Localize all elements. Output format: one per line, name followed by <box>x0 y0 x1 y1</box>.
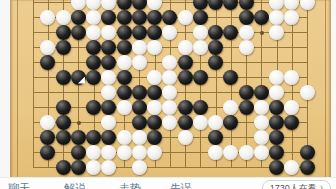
black-stone <box>40 130 55 145</box>
black-stone <box>132 85 147 100</box>
black-stone <box>223 70 238 85</box>
white-stone <box>193 25 208 40</box>
black-stone <box>132 115 147 130</box>
black-stone <box>223 115 238 130</box>
black-stone <box>208 40 223 55</box>
black-stone <box>208 25 223 40</box>
bottom-tab-bar: 聊天解说走势失误 1730人在看› <box>0 177 336 189</box>
black-stone <box>56 70 71 85</box>
tab-1[interactable]: 聊天 <box>8 181 30 189</box>
black-stone <box>269 145 284 160</box>
black-stone <box>101 130 116 145</box>
white-stone <box>193 115 208 130</box>
tab-2[interactable]: 解说 <box>64 181 86 189</box>
black-stone <box>239 0 254 10</box>
white-stone <box>101 115 116 130</box>
black-stone <box>86 70 101 85</box>
black-stone <box>269 160 284 175</box>
grid-vline <box>33 0 34 168</box>
white-stone <box>56 10 71 25</box>
white-stone <box>254 145 269 160</box>
black-stone <box>71 10 86 25</box>
white-stone <box>239 40 254 55</box>
black-stone <box>71 145 86 160</box>
white-stone <box>223 100 238 115</box>
black-stone <box>56 40 71 55</box>
white-stone <box>284 10 299 25</box>
white-stone <box>178 130 193 145</box>
black-stone <box>71 25 86 40</box>
viewers-count-label: 1730人在看 <box>270 183 317 189</box>
black-stone <box>101 10 116 25</box>
black-stone <box>56 25 71 40</box>
white-stone <box>162 25 177 40</box>
black-stone <box>117 0 132 10</box>
white-stone <box>117 55 132 70</box>
white-stone <box>40 40 55 55</box>
black-stone <box>178 70 193 85</box>
app-screen: 聊天解说走势失误 1730人在看› <box>0 0 336 189</box>
black-stone <box>162 10 177 25</box>
white-stone <box>101 0 116 10</box>
black-stone <box>147 115 162 130</box>
black-stone <box>117 40 132 55</box>
white-stone <box>284 0 299 10</box>
white-stone <box>193 40 208 55</box>
white-stone <box>117 100 132 115</box>
white-stone <box>86 145 101 160</box>
black-stone <box>239 85 254 100</box>
go-board[interactable] <box>10 0 331 183</box>
white-stone <box>269 85 284 100</box>
black-stone <box>56 115 71 130</box>
white-stone <box>147 100 162 115</box>
black-stone <box>178 55 193 70</box>
white-stone <box>86 10 101 25</box>
black-stone <box>239 10 254 25</box>
white-stone <box>147 0 162 10</box>
white-stone <box>132 55 147 70</box>
black-stone <box>117 25 132 40</box>
black-stone <box>101 55 116 70</box>
black-stone <box>132 0 147 10</box>
black-stone <box>132 10 147 25</box>
black-stone <box>300 160 315 175</box>
white-stone <box>147 40 162 55</box>
black-stone <box>56 100 71 115</box>
star-point <box>77 121 81 125</box>
white-stone <box>117 145 132 160</box>
white-stone <box>86 0 101 10</box>
white-stone <box>101 160 116 175</box>
black-stone <box>71 70 86 85</box>
white-stone <box>269 25 284 40</box>
black-stone <box>56 160 71 175</box>
black-stone <box>208 0 223 10</box>
black-stone <box>193 10 208 25</box>
white-stone <box>132 145 147 160</box>
white-stone <box>254 100 269 115</box>
white-stone <box>147 145 162 160</box>
white-stone <box>101 25 116 40</box>
black-stone <box>132 100 147 115</box>
white-stone <box>162 55 177 70</box>
black-stone <box>86 40 101 55</box>
white-stone <box>162 85 177 100</box>
black-stone <box>254 10 269 25</box>
black-stone <box>132 25 147 40</box>
white-stone <box>132 160 147 175</box>
black-stone <box>117 85 132 100</box>
white-stone <box>71 0 86 10</box>
black-stone <box>147 25 162 40</box>
chevron-right-icon: › <box>320 182 323 189</box>
white-stone <box>239 25 254 40</box>
last-move-marker <box>78 77 85 84</box>
black-stone <box>193 0 208 10</box>
white-stone <box>208 115 223 130</box>
white-stone <box>86 160 101 175</box>
black-stone <box>269 100 284 115</box>
black-stone <box>101 40 116 55</box>
black-stone <box>284 115 299 130</box>
white-stone <box>284 100 299 115</box>
black-stone <box>147 130 162 145</box>
white-stone <box>86 25 101 40</box>
white-stone <box>101 70 116 85</box>
black-stone <box>117 10 132 25</box>
white-stone <box>40 10 55 25</box>
white-stone <box>239 145 254 160</box>
black-stone <box>223 0 238 10</box>
white-stone <box>147 70 162 85</box>
white-stone <box>300 0 315 10</box>
black-stone <box>86 130 101 145</box>
tab-3[interactable]: 走势 <box>119 181 141 189</box>
white-stone <box>284 70 299 85</box>
black-stone <box>193 100 208 115</box>
black-stone <box>86 55 101 70</box>
black-stone <box>300 145 315 160</box>
black-stone <box>208 130 223 145</box>
black-stone <box>71 160 86 175</box>
black-stone <box>101 100 116 115</box>
black-stone <box>254 85 269 100</box>
white-stone <box>284 160 299 175</box>
black-stone <box>40 55 55 70</box>
white-stone <box>178 40 193 55</box>
black-stone <box>56 130 71 145</box>
white-stone <box>269 10 284 25</box>
white-stone <box>101 85 116 100</box>
white-stone <box>117 130 132 145</box>
black-stone <box>40 145 55 160</box>
white-stone <box>300 85 315 100</box>
star-point <box>260 31 264 35</box>
black-stone <box>239 100 254 115</box>
black-stone <box>178 115 193 130</box>
black-stone <box>208 55 223 70</box>
tab-4[interactable]: 失误 <box>170 181 192 189</box>
black-stone <box>269 115 284 130</box>
white-stone <box>162 115 177 130</box>
black-stone <box>117 70 132 85</box>
white-stone <box>254 115 269 130</box>
white-stone <box>178 10 193 25</box>
white-stone <box>132 130 147 145</box>
white-stone <box>208 145 223 160</box>
white-stone <box>162 70 177 85</box>
black-stone <box>193 70 208 85</box>
viewers-count-pill[interactable]: 1730人在看› <box>262 180 331 189</box>
white-stone <box>132 40 147 55</box>
black-stone <box>223 25 238 40</box>
grid-hline <box>33 47 309 48</box>
black-stone <box>147 85 162 100</box>
white-stone <box>269 0 284 10</box>
white-stone <box>101 145 116 160</box>
black-stone <box>86 100 101 115</box>
black-stone <box>178 100 193 115</box>
white-stone <box>40 115 55 130</box>
white-stone <box>269 70 284 85</box>
white-stone <box>223 145 238 160</box>
white-stone <box>162 100 177 115</box>
black-stone <box>147 10 162 25</box>
black-stone <box>71 130 86 145</box>
white-stone <box>254 130 269 145</box>
black-stone <box>269 130 284 145</box>
